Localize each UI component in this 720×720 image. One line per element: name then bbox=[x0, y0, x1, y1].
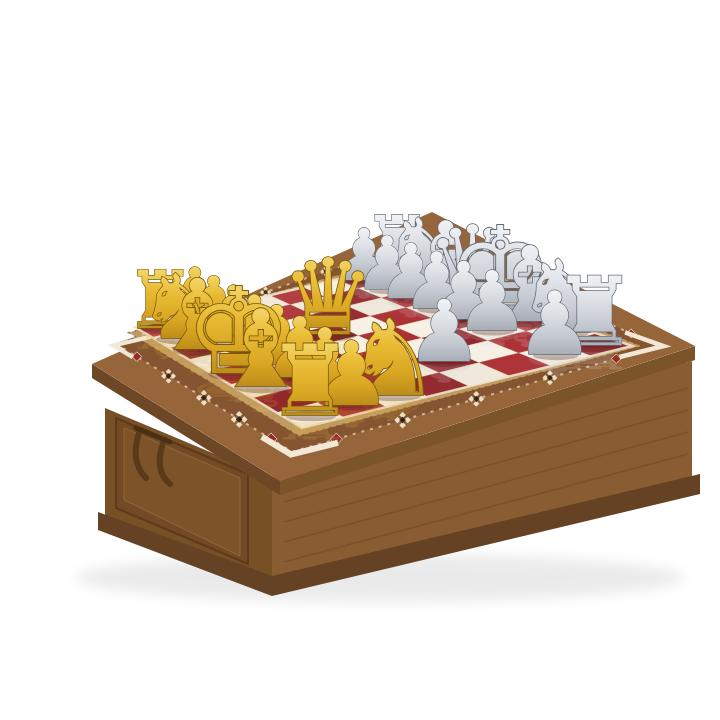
scene-canvas: ♜♜♟♟♞♞♟♟♝♝♟♟♛♛♟♟♚♚♟♟♟♟♝♝♜♜♟♟♟♟♞♞♛♛♞♞♟♟♜♜… bbox=[40, 16, 720, 720]
piece-glyph: ♟ bbox=[516, 273, 594, 375]
chess-set-product-photo: ♜♜♟♟♞♞♟♟♝♝♟♟♛♛♟♟♚♚♟♟♟♟♝♝♜♜♟♟♟♟♞♞♛♛♞♞♟♟♜♜… bbox=[40, 16, 720, 720]
piece-silver-p-h7: ♟♟ bbox=[516, 273, 594, 381]
piece-glyph: ♜ bbox=[266, 324, 354, 438]
chess-set-scene: ♜♜♟♟♞♞♟♟♝♝♟♟♛♛♟♟♚♚♟♟♟♟♝♝♜♜♟♟♟♟♞♞♛♛♞♞♟♟♜♜… bbox=[40, 16, 720, 720]
piece-gold-r-h1: ♜♜ bbox=[266, 324, 354, 445]
